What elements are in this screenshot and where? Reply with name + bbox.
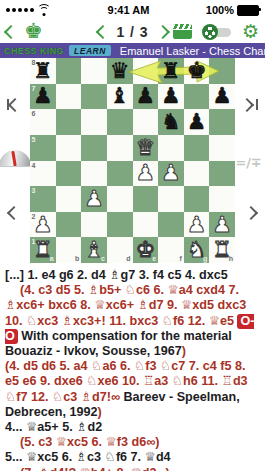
square-h1[interactable]: h♜ (209, 237, 235, 263)
next-move-button[interactable] (246, 204, 256, 222)
square-f7[interactable]: ♟ (158, 84, 184, 110)
piece-br-a8: ♜ (33, 60, 53, 82)
square-f6[interactable]: ♞ (158, 109, 184, 135)
move-list: [...] 1. e4 g6 2. d4 ♗g7 3. f4 c5 4. dxc… (0, 264, 265, 471)
piece-bb-d7: ♝ (110, 85, 130, 107)
square-a8[interactable]: 8♜ (30, 58, 56, 84)
square-f8[interactable]: ♜ (158, 58, 184, 84)
piece-wn-g1: ♞ (187, 239, 207, 261)
piece-bp-e7: ♟ (135, 85, 155, 107)
prev-page-icon[interactable] (95, 24, 109, 38)
course-banner: CHESS KING LEARN Emanuel Lasker - Chess … (0, 43, 265, 58)
moves-segment[interactable]: 5... ♕xc5 6. ♗c3 ♘f6 7. ♕d4 (5, 450, 171, 464)
piece-wp-f4: ♟ (161, 162, 181, 184)
next-page-icon[interactable] (156, 24, 170, 38)
notation-paragraph: (4. c3 d5 5. ♗b5+ ♘c6 6. ♕a4 cxd4 7. ♗xc… (5, 283, 258, 359)
moves-segment[interactable]: (5. c3 ♕xc5 6. ♕f3 d6∞) (20, 435, 159, 449)
piece-wp-e4: ♟ (135, 162, 155, 184)
status-bar: 9:41 AM 100% (0, 0, 265, 20)
square-d8[interactable]: ♛ (107, 58, 133, 84)
piece-bk-g8: ♚ (187, 60, 207, 82)
piece-wr-a1: ♜ (33, 239, 53, 261)
chessking-app-icon[interactable]: ♚ (24, 21, 43, 42)
piece-bp-g6: ♟ (187, 111, 207, 133)
piece-wp-a2: ♟ (33, 214, 53, 236)
page-indicator: 1 / 3 (116, 24, 148, 40)
engine-toggle[interactable] (202, 24, 232, 40)
board-section: =/∓ 8♜♛♜♚7♟♝♟♟♟6♞♟5♛4♟♟3♟2♟♟♟1a♜bc♝de♚fg… (0, 58, 265, 264)
course-title: Emanuel Lasker - Chess Champion (120, 45, 265, 57)
piece-bn-f6: ♞ (161, 111, 181, 133)
square-d7[interactable]: ♝ (107, 84, 133, 110)
square-g6[interactable]: ♟ (184, 109, 210, 135)
gear-icon[interactable]: ⚙ (242, 22, 259, 41)
moves-segment[interactable]: ) (97, 405, 101, 419)
moves-segment[interactable]: (4. c3 d5 5. ♗b5+ ♘c6 6. ♕a4 cxd4 7. ♗xc… (5, 283, 246, 327)
app-window: 9:41 AM 100% ♚ 1 / 3 ⚙ CHESS KING LEARN … (0, 0, 265, 471)
moves-segment[interactable]: [...] 1. e4 g6 2. d4 ♗g7 3. f4 c5 4. dxc… (5, 268, 228, 282)
learn-badge: LEARN (69, 45, 111, 56)
square-e1[interactable]: e♚ (133, 237, 159, 263)
eval-gauge (0, 150, 31, 167)
piece-bp-f7: ♟ (161, 85, 181, 107)
square-g1[interactable]: g♞ (184, 237, 210, 263)
square-a2[interactable]: 2♟ (30, 212, 56, 238)
square-g8[interactable]: ♚ (184, 58, 210, 84)
moves-segment[interactable]: ) (182, 344, 186, 358)
square-h7[interactable]: ♟ (209, 84, 235, 110)
battery-percent-label: 100% (206, 4, 234, 16)
piece-bq-d8: ♛ (110, 60, 130, 82)
notation-paragraph: (5. c3 ♕xc5 6. ♕f3 d6∞) (5, 435, 258, 450)
square-f4[interactable]: ♟ (158, 161, 184, 187)
board: 8♜♛♜♚7♟♝♟♟♟6♞♟5♛4♟♟3♟2♟♟♟1a♜bc♝de♚fg♞h♜ (30, 58, 235, 263)
square-c1[interactable]: c♝ (81, 237, 107, 263)
notation-paragraph: (4. d5 d6 5. a4 ♘a6 6. ♘f3 ♘c7 7. c4 f5 … (5, 359, 258, 420)
jump-to-end-button[interactable] (242, 99, 258, 110)
square-g2[interactable]: ♟ (184, 212, 210, 238)
piece-br-f8: ♜ (161, 60, 181, 82)
signal-dots-icon (6, 8, 34, 12)
square-h2[interactable]: ♟ (209, 212, 235, 238)
moves-segment[interactable]: 4... ♕a5+ 5. ♗d2 (5, 420, 102, 434)
square-c3[interactable]: ♟ (81, 186, 107, 212)
battery-icon (237, 5, 259, 16)
piece-wp-g2: ♟ (187, 214, 207, 236)
toolbar: ♚ 1 / 3 ⚙ (0, 20, 265, 43)
wifi-icon (37, 5, 51, 16)
piece-wp-c3: ♟ (84, 188, 104, 210)
piece-wk-e1: ♚ (135, 239, 155, 261)
piece-bp-h7: ♟ (212, 85, 232, 107)
piece-wq-e5: ♛ (135, 137, 155, 159)
notation-paragraph: (7. ♗d4!? ♕b4+ 8. ♕d2∞) (5, 466, 258, 471)
square-a7[interactable]: 7♟ (30, 84, 56, 110)
moves-segment[interactable]: (7. ♗d4!? ♕b4+ 8. ♕d2∞) (20, 466, 170, 471)
ball-icon (202, 24, 218, 40)
back-chevron-icon[interactable] (4, 24, 18, 38)
square-e7[interactable]: ♟ (133, 84, 159, 110)
square-e5[interactable]: ♛ (133, 135, 159, 161)
prev-move-button[interactable] (9, 204, 19, 222)
clock-label: 9:41 AM (108, 4, 150, 16)
piece-wr-h1: ♜ (212, 239, 232, 261)
video-clapperboard-icon[interactable] (173, 24, 192, 39)
piece-bp-a7: ♟ (33, 85, 53, 107)
gauge-needle (11, 151, 16, 166)
square-a1[interactable]: 1a♜ (30, 237, 56, 263)
jump-to-start-button[interactable] (7, 99, 20, 110)
piece-wb-c1: ♝ (84, 239, 104, 261)
notation-paragraph: 4... ♕a5+ 5. ♗d2 (5, 420, 258, 435)
evaluation-symbol: =/∓ (235, 155, 262, 170)
square-e4[interactable]: ♟ (133, 161, 159, 187)
chessking-logo-text: CHESS KING (4, 46, 64, 56)
notation-paragraph: [...] 1. e4 g6 2. d4 ♗g7 3. f4 c5 4. dxc… (5, 268, 258, 283)
piece-wp-h2: ♟ (212, 214, 232, 236)
notation-paragraph: 5... ♕xc5 6. ♗c3 ♘f6 7. ♕d4 (5, 450, 258, 465)
moves-segment[interactable]: With compensation for the material Bouaz… (5, 329, 232, 358)
